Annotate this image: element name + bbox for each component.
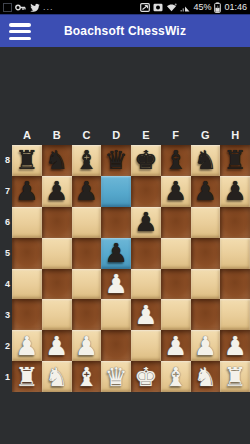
square-d5[interactable]: ♟ <box>101 238 131 269</box>
square-g6[interactable] <box>191 207 221 238</box>
twitter-bird-icon <box>29 3 40 12</box>
status-left-icons: ... <box>3 2 54 12</box>
piece-black-pawn[interactable]: ♟ <box>191 176 221 207</box>
square-b4[interactable] <box>42 269 72 300</box>
square-h1[interactable]: ♜ <box>220 361 250 392</box>
rank-label-2: 2 <box>0 330 12 361</box>
file-label-D: D <box>101 125 131 144</box>
piece-white-pawn[interactable]: ♟ <box>12 330 42 361</box>
square-f6[interactable] <box>161 207 191 238</box>
square-b6[interactable] <box>42 207 72 238</box>
square-d7[interactable] <box>101 176 131 207</box>
square-e8[interactable]: ♚ <box>131 145 161 176</box>
rank-label-5: 5 <box>0 238 12 269</box>
square-g8[interactable]: ♞ <box>191 145 221 176</box>
square-e4[interactable] <box>131 269 161 300</box>
square-d8[interactable]: ♛ <box>101 145 131 176</box>
file-label-H: H <box>220 125 250 144</box>
piece-black-pawn[interactable]: ♟ <box>131 207 161 238</box>
file-label-B: B <box>42 125 72 144</box>
file-label-F: F <box>161 125 191 144</box>
app-title: Boachsoft ChessWiz <box>0 15 250 47</box>
square-h4[interactable] <box>220 269 250 300</box>
rank-label-3: 3 <box>0 299 12 330</box>
camera-icon <box>153 3 163 12</box>
rank-label-6: 6 <box>0 207 12 238</box>
square-e2[interactable] <box>131 330 161 361</box>
status-bar: ... 45% 01:46 <box>0 0 250 14</box>
wifi-icon <box>166 3 177 12</box>
square-f1[interactable]: ♝ <box>161 361 191 392</box>
square-b5[interactable] <box>42 238 72 269</box>
piece-white-queen[interactable]: ♛ <box>101 361 131 392</box>
rank-label-7: 7 <box>0 176 12 207</box>
square-a6[interactable] <box>12 207 42 238</box>
rank-label-4: 4 <box>0 269 12 300</box>
piece-black-pawn[interactable]: ♟ <box>220 176 250 207</box>
square-a7[interactable]: ♟ <box>12 176 42 207</box>
square-h6[interactable] <box>220 207 250 238</box>
piece-black-pawn[interactable]: ♟ <box>72 176 102 207</box>
square-f8[interactable]: ♝ <box>161 145 191 176</box>
square-c6[interactable] <box>72 207 102 238</box>
app-notification-icon <box>3 3 12 12</box>
square-c1[interactable]: ♝ <box>72 361 102 392</box>
square-e5[interactable] <box>131 238 161 269</box>
rank-label-1: 1 <box>0 361 12 392</box>
piece-black-pawn[interactable]: ♟ <box>161 176 191 207</box>
square-a1[interactable]: ♜ <box>12 361 42 392</box>
piece-black-knight[interactable]: ♞ <box>191 145 221 176</box>
piece-black-pawn[interactable]: ♟ <box>42 176 72 207</box>
square-f3[interactable] <box>161 299 191 330</box>
square-a4[interactable] <box>12 269 42 300</box>
piece-black-rook[interactable]: ♜ <box>220 145 250 176</box>
piece-white-rook[interactable]: ♜ <box>12 361 42 392</box>
square-g3[interactable] <box>191 299 221 330</box>
piece-black-bishop[interactable]: ♝ <box>72 145 102 176</box>
square-f4[interactable] <box>161 269 191 300</box>
piece-white-pawn[interactable]: ♟ <box>131 299 161 330</box>
piece-white-bishop[interactable]: ♝ <box>161 361 191 392</box>
piece-black-pawn[interactable]: ♟ <box>12 176 42 207</box>
square-c3[interactable] <box>72 299 102 330</box>
square-g7[interactable]: ♟ <box>191 176 221 207</box>
square-a3[interactable] <box>12 299 42 330</box>
square-h7[interactable]: ♟ <box>220 176 250 207</box>
key-icon <box>15 3 26 12</box>
square-f7[interactable]: ♟ <box>161 176 191 207</box>
square-b7[interactable]: ♟ <box>42 176 72 207</box>
rank-label-8: 8 <box>0 145 12 176</box>
square-d6[interactable] <box>101 207 131 238</box>
piece-white-knight[interactable]: ♞ <box>191 361 221 392</box>
piece-white-pawn[interactable]: ♟ <box>191 330 221 361</box>
square-c7[interactable]: ♟ <box>72 176 102 207</box>
piece-white-pawn[interactable]: ♟ <box>72 330 102 361</box>
square-e3[interactable]: ♟ <box>131 299 161 330</box>
square-f5[interactable] <box>161 238 191 269</box>
piece-white-pawn[interactable]: ♟ <box>101 269 131 300</box>
square-d1[interactable]: ♛ <box>101 361 131 392</box>
battery-percent: 45% <box>193 0 211 14</box>
piece-white-pawn[interactable]: ♟ <box>220 330 250 361</box>
piece-black-queen[interactable]: ♛ <box>101 145 131 176</box>
square-h8[interactable]: ♜ <box>220 145 250 176</box>
square-f2[interactable]: ♟ <box>161 330 191 361</box>
square-a2[interactable]: ♟ <box>12 330 42 361</box>
square-c5[interactable] <box>72 238 102 269</box>
chess-board: ♜♞♝♛♚♝♞♜♟♟♟♟♟♟♟♟♟♟♟♟♟♟♟♟♜♞♝♛♚♝♞♜ <box>12 145 250 392</box>
file-label-E: E <box>131 125 161 144</box>
piece-white-pawn[interactable]: ♟ <box>42 330 72 361</box>
file-label-C: C <box>72 125 102 144</box>
signal-icon <box>180 3 190 12</box>
piece-black-pawn[interactable]: ♟ <box>101 238 131 269</box>
square-e1[interactable]: ♚ <box>131 361 161 392</box>
square-b1[interactable]: ♞ <box>42 361 72 392</box>
square-g1[interactable]: ♞ <box>191 361 221 392</box>
square-c2[interactable]: ♟ <box>72 330 102 361</box>
piece-black-king[interactable]: ♚ <box>131 145 161 176</box>
square-e6[interactable]: ♟ <box>131 207 161 238</box>
piece-white-pawn[interactable]: ♟ <box>161 330 191 361</box>
more-notifications-icon: ... <box>43 2 54 12</box>
square-h5[interactable] <box>220 238 250 269</box>
piece-black-knight[interactable]: ♞ <box>42 145 72 176</box>
piece-white-rook[interactable]: ♜ <box>220 361 250 392</box>
file-labels: ABCDEFGH <box>12 125 250 144</box>
cast-icon <box>140 3 150 12</box>
piece-white-king[interactable]: ♚ <box>131 361 161 392</box>
square-b2[interactable]: ♟ <box>42 330 72 361</box>
piece-black-rook[interactable]: ♜ <box>12 145 42 176</box>
status-time: 01:46 <box>224 0 247 14</box>
square-g2[interactable]: ♟ <box>191 330 221 361</box>
piece-white-knight[interactable]: ♞ <box>42 361 72 392</box>
square-c4[interactable] <box>72 269 102 300</box>
file-label-A: A <box>12 125 42 144</box>
piece-black-bishop[interactable]: ♝ <box>161 145 191 176</box>
square-g5[interactable] <box>191 238 221 269</box>
square-b8[interactable]: ♞ <box>42 145 72 176</box>
app-bar: Boachsoft ChessWiz <box>0 14 250 47</box>
square-a5[interactable] <box>12 238 42 269</box>
square-a8[interactable]: ♜ <box>12 145 42 176</box>
square-h2[interactable]: ♟ <box>220 330 250 361</box>
square-g4[interactable] <box>191 269 221 300</box>
status-right-icons: 45% 01:46 <box>140 0 247 14</box>
rank-labels: 87654321 <box>0 145 12 392</box>
square-d2[interactable] <box>101 330 131 361</box>
square-h3[interactable] <box>220 299 250 330</box>
square-b3[interactable] <box>42 299 72 330</box>
piece-white-bishop[interactable]: ♝ <box>72 361 102 392</box>
file-label-G: G <box>191 125 221 144</box>
battery-icon <box>214 2 221 13</box>
square-d4[interactable]: ♟ <box>101 269 131 300</box>
square-e7[interactable] <box>131 176 161 207</box>
square-c8[interactable]: ♝ <box>72 145 102 176</box>
square-d3[interactable] <box>101 299 131 330</box>
